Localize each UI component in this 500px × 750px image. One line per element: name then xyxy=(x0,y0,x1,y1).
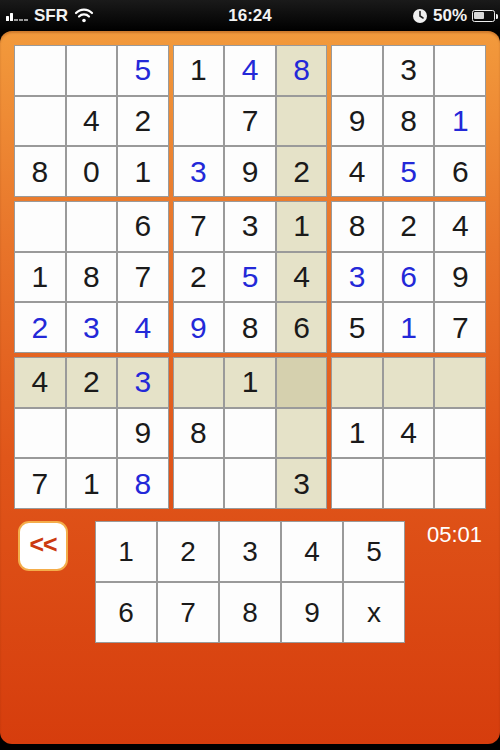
cell-r1c6[interactable]: 8 xyxy=(276,45,328,96)
cell-r7c2[interactable]: 2 xyxy=(66,357,118,408)
cell-r8c6[interactable] xyxy=(276,408,328,459)
cell-r7c9[interactable] xyxy=(434,357,486,408)
numpad-key-3[interactable]: 3 xyxy=(219,521,281,582)
cell-r8c1[interactable] xyxy=(14,408,66,459)
cell-r7c7[interactable] xyxy=(331,357,383,408)
cell-r9c7[interactable] xyxy=(331,458,383,509)
cell-r3c2[interactable]: 0 xyxy=(66,146,118,197)
sudoku-board: 5148342798180139245667318241872543692349… xyxy=(14,45,486,509)
cell-r1c3[interactable]: 5 xyxy=(117,45,169,96)
cell-r6c8[interactable]: 1 xyxy=(383,302,435,353)
cell-r1c7[interactable] xyxy=(331,45,383,96)
timer-label: 05:01 xyxy=(427,521,482,548)
numpad-key-7[interactable]: 7 xyxy=(157,582,219,643)
cell-r6c2[interactable]: 3 xyxy=(66,302,118,353)
cell-r4c6[interactable]: 1 xyxy=(276,201,328,252)
cell-r4c5[interactable]: 3 xyxy=(224,201,276,252)
cell-r9c1[interactable]: 7 xyxy=(14,458,66,509)
numpad-key-5[interactable]: 5 xyxy=(343,521,405,582)
cell-r5c1[interactable]: 1 xyxy=(14,252,66,303)
cell-r3c5[interactable]: 9 xyxy=(224,146,276,197)
cell-r1c2[interactable] xyxy=(66,45,118,96)
bottom-controls: << 123456789x 05:01 xyxy=(0,509,500,643)
cell-r8c9[interactable] xyxy=(434,408,486,459)
cell-r7c3[interactable]: 3 xyxy=(117,357,169,408)
cell-r4c1[interactable] xyxy=(14,201,66,252)
cell-r2c3[interactable]: 2 xyxy=(117,96,169,147)
status-bar: SFR 16:24 50% xyxy=(0,0,500,31)
cell-r5c4[interactable]: 2 xyxy=(173,252,225,303)
cell-r5c8[interactable]: 6 xyxy=(383,252,435,303)
app-panel: 5148342798180139245667318241872543692349… xyxy=(0,31,500,744)
cell-r6c7[interactable]: 5 xyxy=(331,302,383,353)
cell-r3c6[interactable]: 2 xyxy=(276,146,328,197)
cell-r5c2[interactable]: 8 xyxy=(66,252,118,303)
cell-r6c5[interactable]: 8 xyxy=(224,302,276,353)
numpad-key-8[interactable]: 8 xyxy=(219,582,281,643)
cell-r2c6[interactable] xyxy=(276,96,328,147)
cell-r2c2[interactable]: 4 xyxy=(66,96,118,147)
cell-r3c9[interactable]: 6 xyxy=(434,146,486,197)
cell-r1c5[interactable]: 4 xyxy=(224,45,276,96)
cell-r3c4[interactable]: 3 xyxy=(173,146,225,197)
clock-icon xyxy=(412,8,428,24)
battery-icon xyxy=(472,10,495,22)
cell-r7c1[interactable]: 4 xyxy=(14,357,66,408)
cell-r7c6[interactable] xyxy=(276,357,328,408)
cell-r9c4[interactable] xyxy=(173,458,225,509)
cell-r6c1[interactable]: 2 xyxy=(14,302,66,353)
cell-r1c1[interactable] xyxy=(14,45,66,96)
cell-r8c7[interactable]: 1 xyxy=(331,408,383,459)
cell-r2c5[interactable]: 7 xyxy=(224,96,276,147)
cell-r8c5[interactable] xyxy=(224,408,276,459)
cell-r6c6[interactable]: 6 xyxy=(276,302,328,353)
cell-r3c1[interactable]: 8 xyxy=(14,146,66,197)
numpad: 123456789x xyxy=(95,521,405,643)
cell-r9c2[interactable]: 1 xyxy=(66,458,118,509)
carrier-label: SFR xyxy=(34,6,68,26)
cell-r4c4[interactable]: 7 xyxy=(173,201,225,252)
cell-r5c5[interactable]: 5 xyxy=(224,252,276,303)
cell-r8c2[interactable] xyxy=(66,408,118,459)
numpad-key-6[interactable]: 6 xyxy=(95,582,157,643)
cell-r9c8[interactable] xyxy=(383,458,435,509)
cell-r1c9[interactable] xyxy=(434,45,486,96)
cell-r4c2[interactable] xyxy=(66,201,118,252)
battery-percent: 50% xyxy=(433,6,467,26)
cell-r2c4[interactable] xyxy=(173,96,225,147)
cell-r3c8[interactable]: 5 xyxy=(383,146,435,197)
cell-r4c8[interactable]: 2 xyxy=(383,201,435,252)
cell-r6c4[interactable]: 9 xyxy=(173,302,225,353)
cell-r5c9[interactable]: 9 xyxy=(434,252,486,303)
cell-r4c9[interactable]: 4 xyxy=(434,201,486,252)
cell-r3c7[interactable]: 4 xyxy=(331,146,383,197)
cell-r4c3[interactable]: 6 xyxy=(117,201,169,252)
numpad-key-1[interactable]: 1 xyxy=(95,521,157,582)
cell-r2c9[interactable]: 1 xyxy=(434,96,486,147)
cell-r7c8[interactable] xyxy=(383,357,435,408)
cell-r7c4[interactable] xyxy=(173,357,225,408)
cell-r1c4[interactable]: 1 xyxy=(173,45,225,96)
cell-r5c7[interactable]: 3 xyxy=(331,252,383,303)
cell-r5c6[interactable]: 4 xyxy=(276,252,328,303)
numpad-key-9[interactable]: 9 xyxy=(281,582,343,643)
cell-r2c1[interactable] xyxy=(14,96,66,147)
cell-r7c5[interactable]: 1 xyxy=(224,357,276,408)
cell-r8c8[interactable]: 4 xyxy=(383,408,435,459)
cell-r3c3[interactable]: 1 xyxy=(117,146,169,197)
cell-r4c7[interactable]: 8 xyxy=(331,201,383,252)
cell-r6c3[interactable]: 4 xyxy=(117,302,169,353)
cell-r9c3[interactable]: 8 xyxy=(117,458,169,509)
cell-r2c7[interactable]: 9 xyxy=(331,96,383,147)
cell-r9c9[interactable] xyxy=(434,458,486,509)
numpad-key-x[interactable]: x xyxy=(343,582,405,643)
cell-r9c5[interactable] xyxy=(224,458,276,509)
numpad-key-4[interactable]: 4 xyxy=(281,521,343,582)
cell-r2c8[interactable]: 8 xyxy=(383,96,435,147)
cell-r5c3[interactable]: 7 xyxy=(117,252,169,303)
cell-r6c9[interactable]: 7 xyxy=(434,302,486,353)
signal-icon xyxy=(6,11,28,21)
cell-r9c6[interactable]: 3 xyxy=(276,458,328,509)
numpad-key-2[interactable]: 2 xyxy=(157,521,219,582)
undo-button[interactable]: << xyxy=(18,521,68,571)
cell-r8c3[interactable]: 9 xyxy=(117,408,169,459)
wifi-icon xyxy=(74,8,94,23)
cell-r8c4[interactable]: 8 xyxy=(173,408,225,459)
cell-r1c8[interactable]: 3 xyxy=(383,45,435,96)
